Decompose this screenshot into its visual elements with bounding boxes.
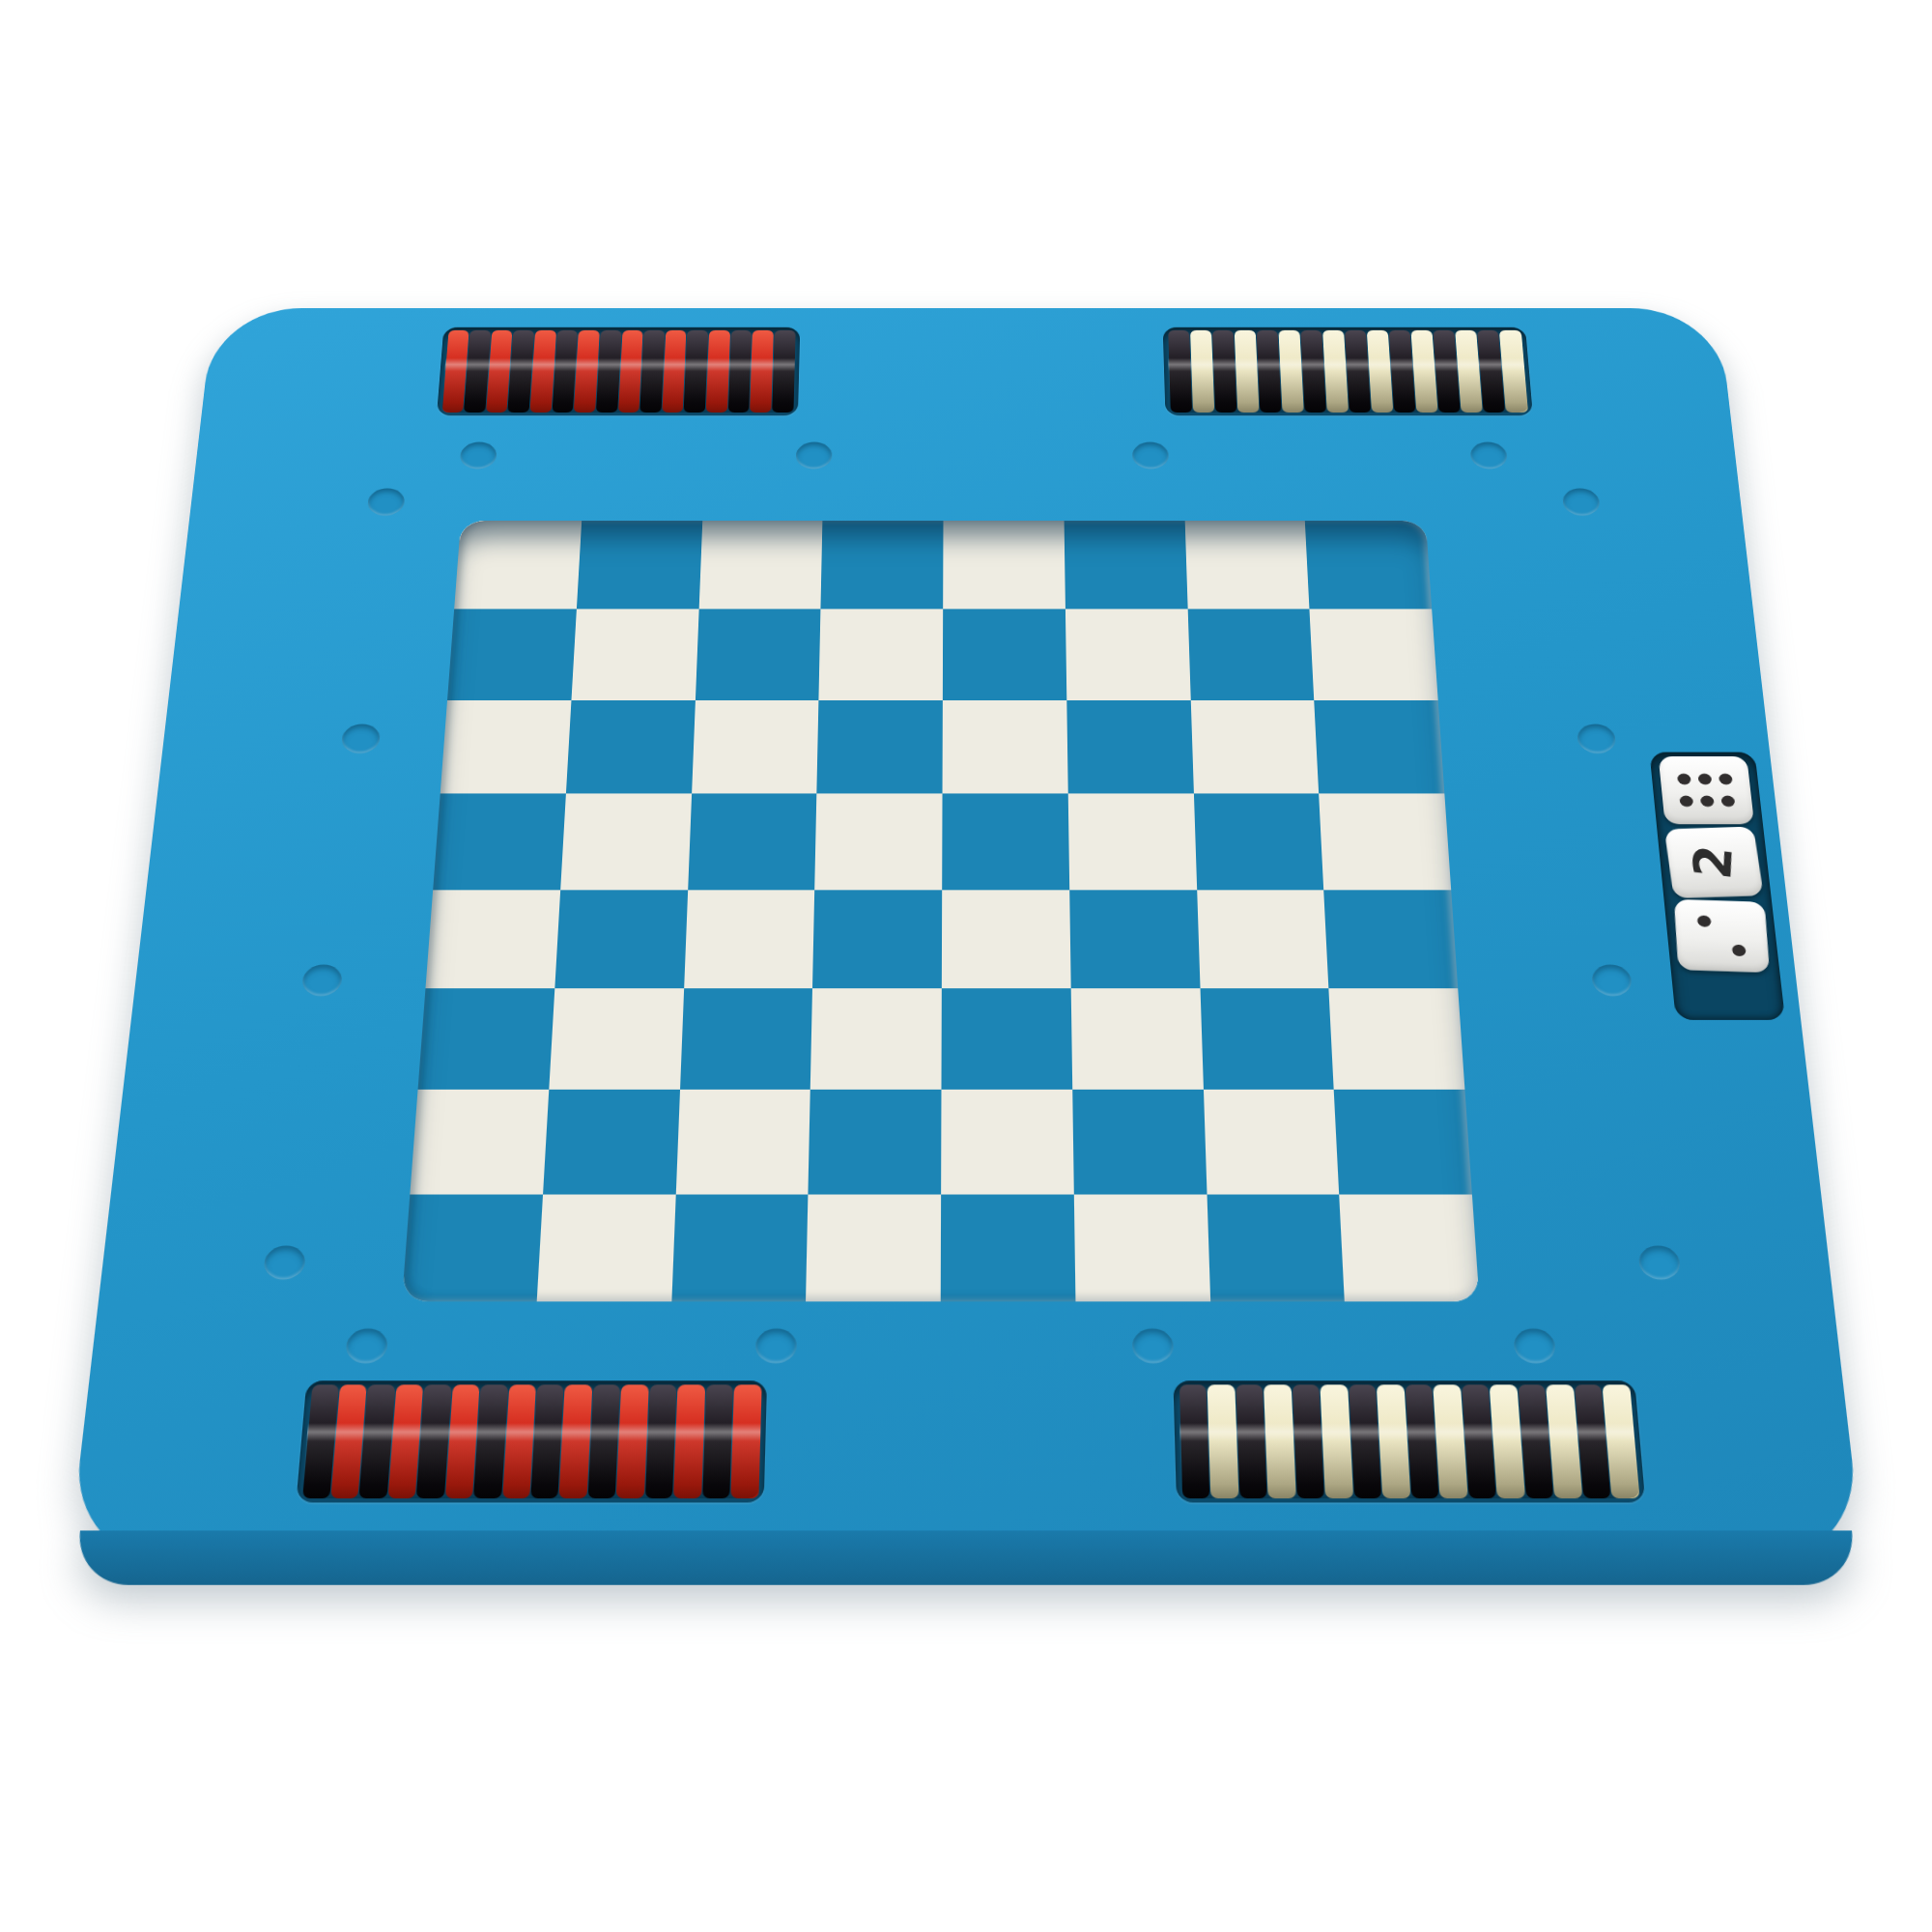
frame-dimple xyxy=(754,1328,796,1363)
board-square-r4c7[interactable] xyxy=(1193,794,1323,890)
board-square-r4c2[interactable] xyxy=(560,794,692,890)
checker-disc-cream[interactable] xyxy=(1234,330,1259,412)
board-square-r8c1[interactable] xyxy=(402,1194,543,1301)
board-square-r5c1[interactable] xyxy=(425,890,559,988)
board-square-r3c2[interactable] xyxy=(566,700,696,794)
board-square-r4c3[interactable] xyxy=(688,794,817,890)
photo-stage: 2 xyxy=(140,184,1792,1690)
checker-disc-cream[interactable] xyxy=(1264,1384,1295,1498)
game-board-frame: 2 xyxy=(68,308,1863,1564)
board-square-r1c3[interactable] xyxy=(698,521,822,610)
board-square-r7c5[interactable] xyxy=(941,1090,1073,1194)
die-pip xyxy=(1680,795,1694,806)
board-square-r5c7[interactable] xyxy=(1197,890,1329,988)
board-square-r6c1[interactable] xyxy=(418,988,555,1090)
board-square-r8c5[interactable] xyxy=(941,1194,1075,1301)
checker-disc-black[interactable] xyxy=(1292,1384,1324,1498)
board-square-r7c8[interactable] xyxy=(1334,1090,1472,1194)
checker-disc-red[interactable] xyxy=(673,1384,705,1498)
checker-disc-black[interactable] xyxy=(639,330,665,412)
checker-disc-black[interactable] xyxy=(1256,330,1281,412)
board-square-r3c5[interactable] xyxy=(943,700,1068,794)
board-square-r3c1[interactable] xyxy=(440,700,572,794)
board-square-r5c2[interactable] xyxy=(554,890,688,988)
checkerboard-recess xyxy=(402,521,1480,1301)
checker-disc-black[interactable] xyxy=(772,330,795,412)
die-pip xyxy=(1697,774,1712,784)
board-square-r7c6[interactable] xyxy=(1072,1090,1207,1194)
board-square-r5c8[interactable] xyxy=(1323,890,1458,988)
frame-dimple xyxy=(1132,442,1169,469)
board-square-r8c2[interactable] xyxy=(536,1194,675,1301)
frame-dimple xyxy=(1132,1328,1174,1363)
board-square-r6c4[interactable] xyxy=(810,988,942,1090)
checker-disc-red[interactable] xyxy=(616,1384,648,1498)
board-square-r4c6[interactable] xyxy=(1067,794,1196,890)
board-square-r8c3[interactable] xyxy=(671,1194,809,1301)
die-pip xyxy=(1697,915,1712,926)
board-square-r6c8[interactable] xyxy=(1329,988,1465,1090)
checker-disc-cream[interactable] xyxy=(1377,1384,1410,1498)
checker-disc-red[interactable] xyxy=(662,330,687,412)
board-side-edge xyxy=(73,1530,1858,1584)
board-square-r7c7[interactable] xyxy=(1203,1090,1339,1194)
board-square-r5c3[interactable] xyxy=(684,890,815,988)
checker-disc-cream[interactable] xyxy=(1190,330,1214,412)
board-square-r1c6[interactable] xyxy=(1064,521,1187,610)
checker-disc-black[interactable] xyxy=(645,1384,677,1498)
checker-disc-red[interactable] xyxy=(706,330,730,412)
board-square-r2c3[interactable] xyxy=(695,610,820,700)
board-square-r5c6[interactable] xyxy=(1069,890,1200,988)
frame-dimple xyxy=(300,965,342,996)
frame-dimple xyxy=(1638,1246,1682,1280)
board-square-r8c6[interactable] xyxy=(1074,1194,1210,1301)
frame-dimple xyxy=(1577,724,1617,753)
board-square-r4c4[interactable] xyxy=(814,794,942,890)
board-square-r2c5[interactable] xyxy=(943,610,1066,700)
board-square-r3c7[interactable] xyxy=(1190,700,1319,794)
checker-disc-red[interactable] xyxy=(559,1384,592,1498)
checker-disc-black[interactable] xyxy=(1179,1384,1209,1498)
board-square-r8c8[interactable] xyxy=(1339,1194,1479,1301)
board-square-r1c4[interactable] xyxy=(821,521,944,610)
checker-disc-red[interactable] xyxy=(730,1384,761,1498)
board-square-r2c1[interactable] xyxy=(447,610,577,700)
checker-disc-black[interactable] xyxy=(596,330,621,412)
checker-disc-black[interactable] xyxy=(1212,330,1237,412)
board-square-r7c2[interactable] xyxy=(543,1090,680,1194)
frame-dimple xyxy=(459,442,497,469)
checker-tray-top-left xyxy=(437,327,800,416)
board-square-r2c6[interactable] xyxy=(1065,610,1191,700)
frame-dimple xyxy=(1562,488,1601,515)
board-square-r4c5[interactable] xyxy=(942,794,1069,890)
die-2[interactable] xyxy=(1674,899,1770,973)
checker-disc-cream[interactable] xyxy=(1320,1384,1352,1498)
die-pip xyxy=(1700,795,1715,806)
board-square-r4c1[interactable] xyxy=(433,794,565,890)
checker-disc-black[interactable] xyxy=(684,330,708,412)
die-2-numeral[interactable]: 2 xyxy=(1664,826,1764,898)
board-square-r2c7[interactable] xyxy=(1187,610,1314,700)
board-square-r5c4[interactable] xyxy=(812,890,942,988)
dice-slot: 2 xyxy=(1649,753,1785,1020)
board-square-r1c1[interactable] xyxy=(454,521,582,610)
checker-disc-black[interactable] xyxy=(1236,1384,1267,1498)
board-square-r8c4[interactable] xyxy=(806,1194,941,1301)
die-6[interactable] xyxy=(1659,756,1754,824)
checker-disc-red[interactable] xyxy=(618,330,643,412)
board-square-r3c4[interactable] xyxy=(817,700,943,794)
checker-disc-cream[interactable] xyxy=(1278,330,1303,412)
frame-dimple xyxy=(341,724,382,753)
board-square-r6c5[interactable] xyxy=(941,988,1071,1090)
checker-tray-top-right xyxy=(1163,327,1533,416)
board-square-r6c3[interactable] xyxy=(680,988,813,1090)
die-pip xyxy=(1720,795,1735,806)
board-square-r1c2[interactable] xyxy=(577,521,702,610)
frame-dimple xyxy=(1591,965,1633,996)
board-square-r1c7[interactable] xyxy=(1184,521,1310,610)
die-pip xyxy=(1732,945,1747,956)
board-square-r7c4[interactable] xyxy=(809,1090,942,1194)
frame-dimple xyxy=(263,1246,306,1280)
board-square-r5c5[interactable] xyxy=(942,890,1071,988)
checker-disc-red[interactable] xyxy=(750,330,773,412)
frame-dimple xyxy=(795,442,832,469)
checker-disc-cream[interactable] xyxy=(1207,1384,1238,1498)
board-square-r1c5[interactable] xyxy=(943,521,1065,610)
board-square-r3c6[interactable] xyxy=(1066,700,1193,794)
checker-tray-bottom-left xyxy=(296,1380,767,1502)
frame-dimple xyxy=(367,488,406,515)
board-square-r6c6[interactable] xyxy=(1070,988,1203,1090)
checkerboard xyxy=(402,521,1480,1301)
die-numeral-label: 2 xyxy=(1673,817,1753,908)
board-square-r6c7[interactable] xyxy=(1200,988,1334,1090)
board-square-r2c2[interactable] xyxy=(571,610,698,700)
frame-dimple xyxy=(346,1328,389,1363)
board-square-r3c3[interactable] xyxy=(692,700,819,794)
checker-tray-bottom-right xyxy=(1173,1380,1645,1502)
die-pip xyxy=(1719,774,1733,784)
board-square-r7c1[interactable] xyxy=(410,1090,549,1194)
board-square-r4c8[interactable] xyxy=(1319,794,1451,890)
checker-disc-black[interactable] xyxy=(728,330,753,412)
board-square-r2c4[interactable] xyxy=(819,610,944,700)
board-square-r1c8[interactable] xyxy=(1305,521,1432,610)
board-square-r3c8[interactable] xyxy=(1314,700,1444,794)
frame-dimple xyxy=(1470,442,1508,469)
die-pip xyxy=(1677,774,1691,784)
checker-disc-black[interactable] xyxy=(1168,330,1192,412)
board-square-r7c3[interactable] xyxy=(675,1090,810,1194)
board-square-r6c2[interactable] xyxy=(549,988,684,1090)
checker-disc-black[interactable] xyxy=(702,1384,733,1498)
board-square-r8c7[interactable] xyxy=(1207,1194,1345,1301)
board-square-r2c8[interactable] xyxy=(1310,610,1438,700)
checker-disc-black[interactable] xyxy=(587,1384,620,1498)
frame-dimple xyxy=(1514,1328,1557,1363)
